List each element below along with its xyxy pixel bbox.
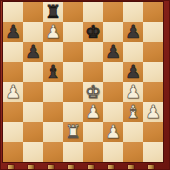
square-e8[interactable] — [83, 2, 103, 22]
square-g1[interactable] — [123, 142, 143, 162]
square-a7[interactable]: ♟ — [3, 22, 23, 42]
piece-black-pawn[interactable]: ♟ — [125, 62, 141, 82]
square-d5[interactable] — [63, 62, 83, 82]
square-h2[interactable] — [143, 122, 163, 142]
piece-black-king[interactable]: ♚ — [85, 22, 101, 42]
square-h3[interactable]: ♟ — [143, 102, 163, 122]
frame-foot — [28, 165, 34, 169]
piece-white-pawn[interactable]: ♟ — [105, 122, 121, 142]
square-c5[interactable]: ♝ — [43, 62, 63, 82]
square-b2[interactable] — [23, 122, 43, 142]
square-d2[interactable]: ♜ — [63, 122, 83, 142]
square-e1[interactable] — [83, 142, 103, 162]
square-a4[interactable]: ♟ — [3, 82, 23, 102]
square-c1[interactable] — [43, 142, 63, 162]
piece-black-pawn[interactable]: ♟ — [105, 42, 121, 62]
square-a2[interactable] — [3, 122, 23, 142]
square-e4[interactable]: ♚ — [83, 82, 103, 102]
board-frame: ♜♟♟♚♟♟♟♝♟♟♚♟♟♝♟♜♟ — [0, 0, 170, 170]
square-d4[interactable] — [63, 82, 83, 102]
piece-white-rook[interactable]: ♜ — [65, 122, 81, 142]
square-f5[interactable] — [103, 62, 123, 82]
piece-white-pawn[interactable]: ♟ — [5, 82, 21, 102]
square-c4[interactable] — [43, 82, 63, 102]
square-a8[interactable] — [3, 2, 23, 22]
square-a3[interactable] — [3, 102, 23, 122]
square-g4[interactable]: ♟ — [123, 82, 143, 102]
square-a1[interactable] — [3, 142, 23, 162]
square-f4[interactable] — [103, 82, 123, 102]
square-h1[interactable] — [143, 142, 163, 162]
square-g2[interactable] — [123, 122, 143, 142]
square-e2[interactable] — [83, 122, 103, 142]
square-c8[interactable]: ♜ — [43, 2, 63, 22]
piece-black-pawn[interactable]: ♟ — [25, 42, 41, 62]
square-d6[interactable] — [63, 42, 83, 62]
piece-black-bishop[interactable]: ♝ — [45, 62, 61, 82]
square-d8[interactable] — [63, 2, 83, 22]
square-b4[interactable] — [23, 82, 43, 102]
square-d3[interactable] — [63, 102, 83, 122]
square-e7[interactable]: ♚ — [83, 22, 103, 42]
frame-foot — [68, 165, 74, 169]
square-b6[interactable]: ♟ — [23, 42, 43, 62]
square-g7[interactable]: ♟ — [123, 22, 143, 42]
piece-black-rook[interactable]: ♜ — [45, 2, 61, 22]
piece-white-pawn[interactable]: ♟ — [45, 22, 61, 42]
square-g5[interactable]: ♟ — [123, 62, 143, 82]
square-f1[interactable] — [103, 142, 123, 162]
square-c6[interactable] — [43, 42, 63, 62]
frame-foot — [8, 165, 14, 169]
square-d7[interactable] — [63, 22, 83, 42]
square-b3[interactable] — [23, 102, 43, 122]
square-c7[interactable]: ♟ — [43, 22, 63, 42]
piece-white-bishop[interactable]: ♝ — [125, 102, 141, 122]
frame-foot — [48, 165, 54, 169]
frame-foot — [108, 165, 114, 169]
square-c2[interactable] — [43, 122, 63, 142]
square-e5[interactable] — [83, 62, 103, 82]
square-f2[interactable]: ♟ — [103, 122, 123, 142]
square-b5[interactable] — [23, 62, 43, 82]
frame-foot — [148, 165, 154, 169]
square-f3[interactable] — [103, 102, 123, 122]
square-b7[interactable] — [23, 22, 43, 42]
square-b8[interactable] — [23, 2, 43, 22]
square-g6[interactable] — [123, 42, 143, 62]
square-f8[interactable] — [103, 2, 123, 22]
square-f7[interactable] — [103, 22, 123, 42]
piece-white-pawn[interactable]: ♟ — [85, 102, 101, 122]
piece-white-pawn[interactable]: ♟ — [145, 102, 161, 122]
square-h5[interactable] — [143, 62, 163, 82]
frame-foot — [128, 165, 134, 169]
square-a6[interactable] — [3, 42, 23, 62]
square-e6[interactable] — [83, 42, 103, 62]
square-h7[interactable] — [143, 22, 163, 42]
square-a5[interactable] — [3, 62, 23, 82]
piece-black-pawn[interactable]: ♟ — [5, 22, 21, 42]
piece-black-pawn[interactable]: ♟ — [125, 22, 141, 42]
square-c3[interactable] — [43, 102, 63, 122]
chess-board: ♜♟♟♚♟♟♟♝♟♟♚♟♟♝♟♜♟ — [3, 2, 163, 162]
square-h8[interactable] — [143, 2, 163, 22]
square-d1[interactable] — [63, 142, 83, 162]
square-e3[interactable]: ♟ — [83, 102, 103, 122]
square-h4[interactable] — [143, 82, 163, 102]
square-h6[interactable] — [143, 42, 163, 62]
piece-white-pawn[interactable]: ♟ — [125, 82, 141, 102]
frame-foot — [88, 165, 94, 169]
square-b1[interactable] — [23, 142, 43, 162]
square-f6[interactable]: ♟ — [103, 42, 123, 62]
square-g8[interactable] — [123, 2, 143, 22]
piece-white-king[interactable]: ♚ — [85, 82, 101, 102]
square-g3[interactable]: ♝ — [123, 102, 143, 122]
